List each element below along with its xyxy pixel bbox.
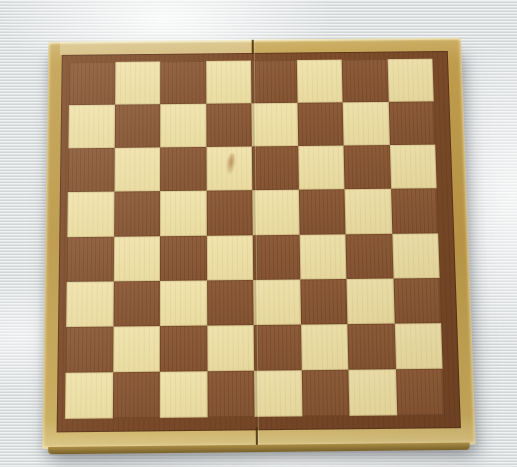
square-r8c7[interactable]	[348, 369, 396, 416]
square-r5c5[interactable]	[253, 234, 300, 279]
square-r2c6[interactable]	[297, 102, 344, 146]
square-r8c6[interactable]	[301, 370, 349, 417]
square-r3c3[interactable]	[160, 147, 206, 191]
square-r8c3[interactable]	[160, 371, 207, 418]
square-r1c3[interactable]	[160, 61, 206, 104]
square-r6c2[interactable]	[113, 281, 160, 327]
square-r1c8[interactable]	[387, 59, 434, 102]
square-r5c4[interactable]	[206, 235, 253, 280]
square-r8c5[interactable]	[254, 370, 302, 417]
square-r2c3[interactable]	[160, 104, 206, 148]
square-r6c6[interactable]	[300, 279, 348, 325]
square-r2c2[interactable]	[114, 104, 160, 148]
square-r3c5[interactable]	[252, 146, 299, 190]
square-r3c7[interactable]	[344, 145, 391, 189]
square-r1c6[interactable]	[296, 60, 342, 103]
square-r1c4[interactable]	[206, 61, 252, 104]
square-r2c1[interactable]	[68, 105, 114, 149]
square-r5c1[interactable]	[67, 236, 114, 281]
square-r8c2[interactable]	[112, 372, 159, 419]
square-r6c7[interactable]	[346, 278, 394, 324]
square-r8c1[interactable]	[65, 372, 113, 419]
square-r4c8[interactable]	[391, 189, 439, 234]
square-r5c6[interactable]	[299, 234, 346, 279]
square-r5c8[interactable]	[392, 233, 440, 278]
square-r6c8[interactable]	[393, 278, 441, 324]
square-r7c2[interactable]	[113, 326, 160, 372]
square-r1c1[interactable]	[69, 62, 115, 105]
chess-board	[42, 38, 476, 450]
square-r5c7[interactable]	[345, 233, 393, 278]
square-r8c8[interactable]	[396, 369, 445, 416]
square-r4c5[interactable]	[252, 190, 299, 235]
square-r8c4[interactable]	[207, 371, 255, 418]
square-r4c2[interactable]	[114, 191, 160, 236]
photo-background-surface: Overhead photograph of an empty folding …	[0, 0, 517, 467]
square-r4c1[interactable]	[67, 192, 114, 237]
board-frame	[42, 38, 476, 450]
square-r3c2[interactable]	[114, 148, 160, 192]
square-r7c4[interactable]	[207, 325, 254, 371]
scene-caption: Overhead photograph of an empty folding …	[0, 0, 1, 1]
square-r1c5[interactable]	[251, 60, 297, 103]
board-margin-inlay	[57, 51, 461, 432]
square-r7c5[interactable]	[254, 324, 302, 370]
square-r5c2[interactable]	[113, 236, 160, 281]
square-r6c5[interactable]	[253, 279, 300, 325]
square-r7c6[interactable]	[301, 324, 349, 370]
square-r6c3[interactable]	[160, 280, 207, 326]
square-r7c1[interactable]	[66, 326, 113, 372]
square-r6c1[interactable]	[66, 281, 113, 327]
square-r4c3[interactable]	[160, 191, 206, 236]
square-r3c6[interactable]	[298, 146, 345, 190]
square-r3c1[interactable]	[68, 148, 114, 192]
square-r7c8[interactable]	[394, 323, 442, 369]
square-r2c7[interactable]	[343, 102, 390, 146]
square-r7c3[interactable]	[160, 325, 207, 371]
square-r2c8[interactable]	[388, 102, 435, 146]
square-r5c3[interactable]	[160, 235, 207, 280]
square-r7c7[interactable]	[347, 323, 395, 369]
square-r1c2[interactable]	[115, 61, 161, 104]
square-r3c8[interactable]	[389, 145, 436, 189]
square-r4c7[interactable]	[345, 189, 392, 234]
square-r1c7[interactable]	[342, 59, 389, 102]
square-r6c4[interactable]	[207, 280, 254, 326]
square-r2c4[interactable]	[206, 103, 252, 147]
square-r4c4[interactable]	[206, 191, 253, 236]
square-r4c6[interactable]	[298, 190, 345, 235]
square-r2c5[interactable]	[251, 103, 297, 147]
